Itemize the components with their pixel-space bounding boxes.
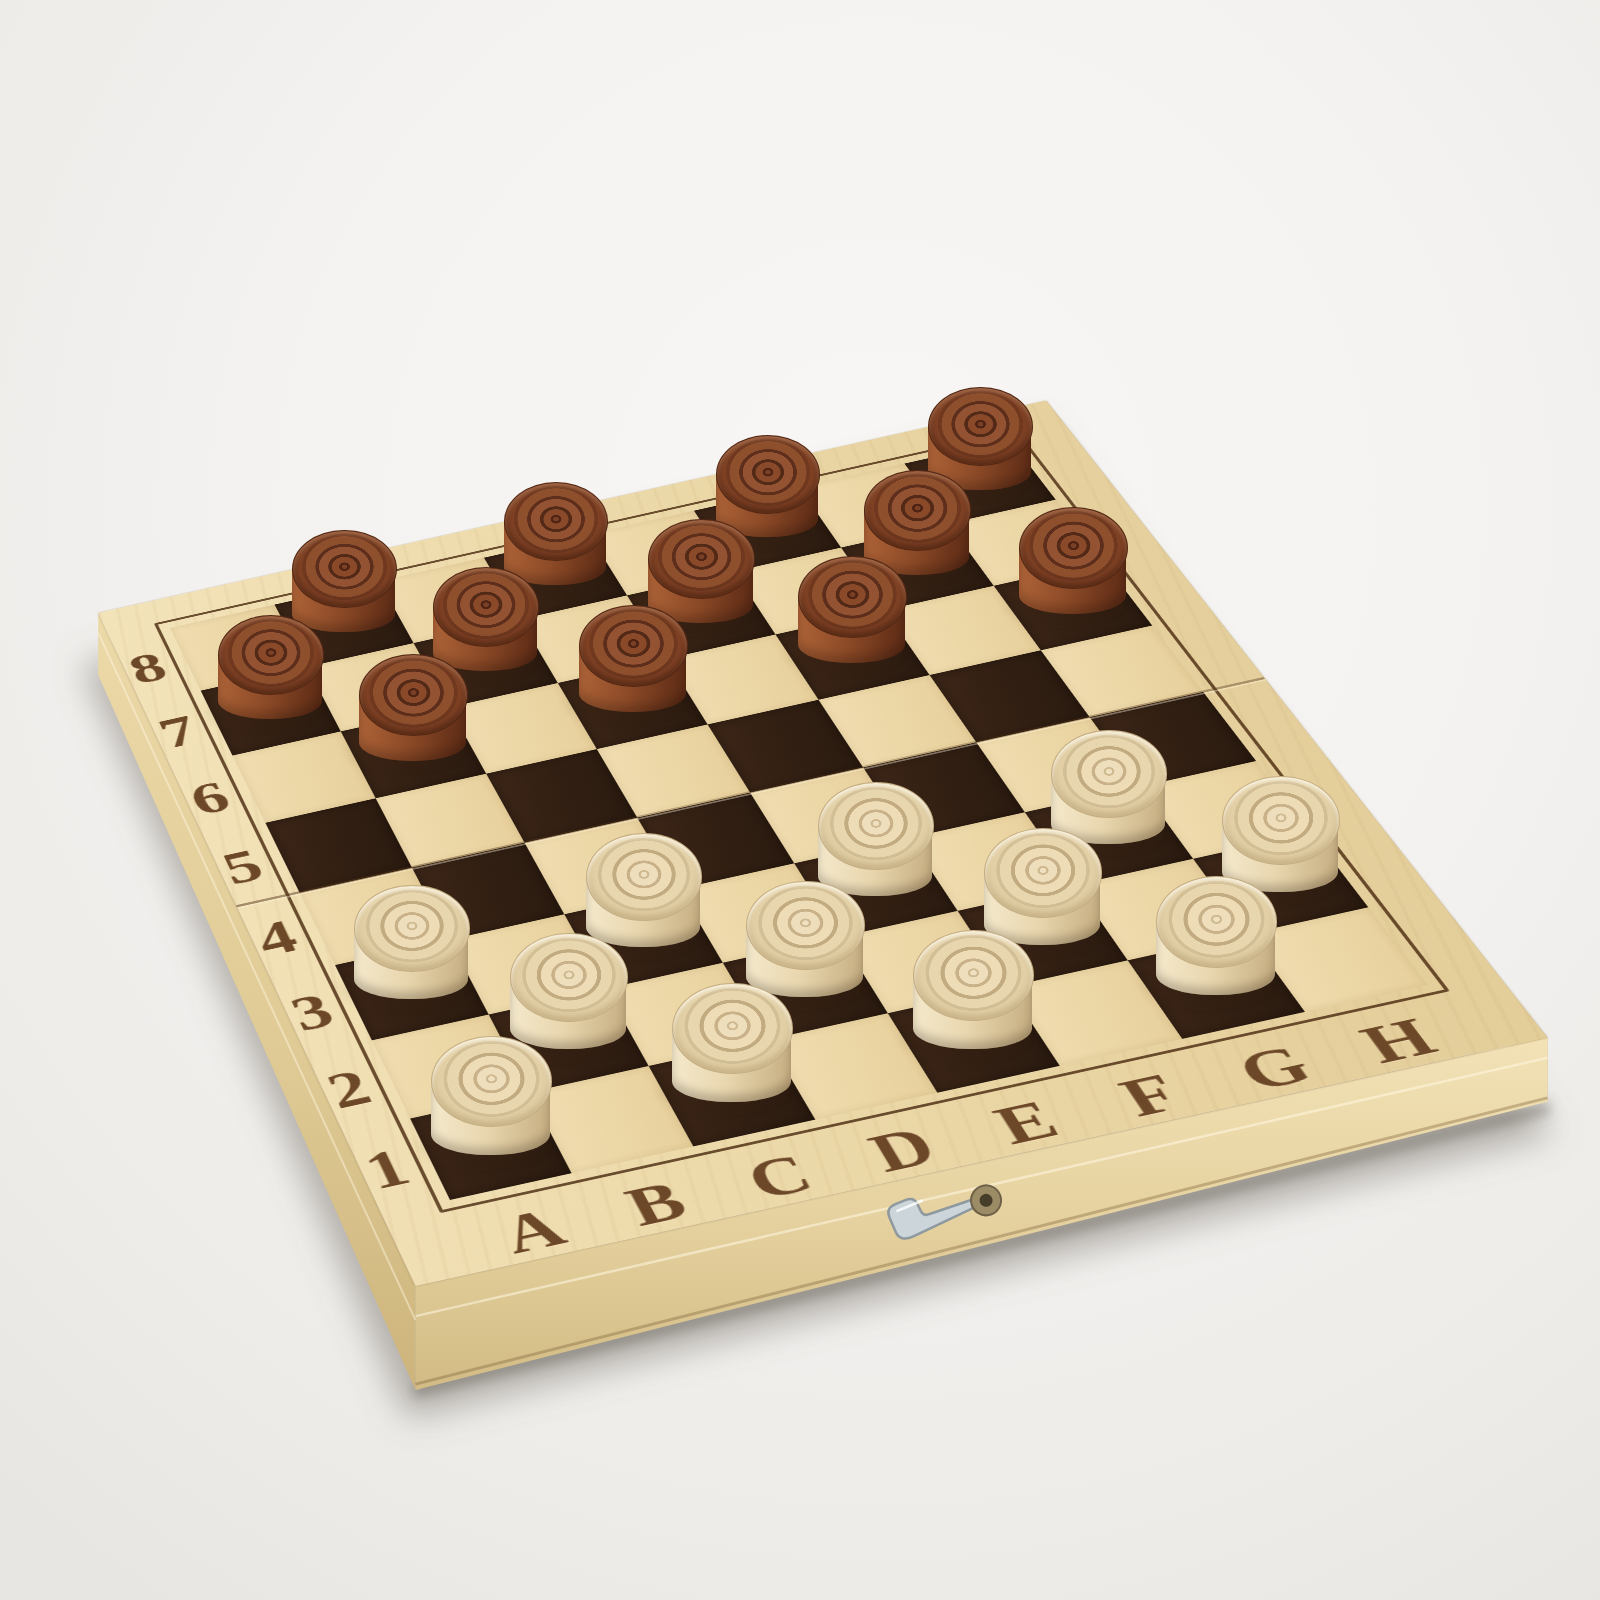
piece-white-e1[interactable] [913, 930, 1032, 1049]
piece-top-rings [1051, 730, 1167, 818]
piece-top-rings [746, 881, 865, 970]
piece-top-rings [359, 654, 468, 736]
piece-top-rings [433, 567, 540, 647]
piece-white-d2[interactable] [746, 881, 863, 998]
piece-top-rings [579, 605, 688, 687]
piece-top-rings [928, 387, 1032, 466]
piece-white-c1[interactable] [672, 983, 791, 1102]
piece-top-rings [672, 983, 793, 1074]
piece-dark-f6[interactable] [798, 556, 905, 663]
piece-top-rings [648, 519, 755, 599]
piece-top-rings [354, 885, 470, 973]
piece-top-rings [431, 1036, 552, 1127]
piece-top-rings [586, 833, 702, 921]
piece-white-c3[interactable] [586, 833, 700, 947]
piece-top-rings [218, 615, 325, 695]
piece-dark-a7[interactable] [218, 615, 323, 720]
photo-scene: 12345678ABCDEFGH [0, 0, 1600, 1600]
piece-top-rings [1156, 876, 1277, 967]
pieces-layer [0, 0, 1600, 1600]
piece-white-g1[interactable] [1156, 876, 1275, 995]
piece-top-rings [504, 482, 608, 561]
piece-top-rings [913, 930, 1034, 1021]
piece-top-rings [716, 435, 820, 514]
piece-white-a1[interactable] [431, 1036, 550, 1155]
piece-dark-d6[interactable] [579, 605, 686, 712]
piece-top-rings [510, 933, 629, 1022]
piece-top-rings [864, 470, 971, 550]
piece-white-b2[interactable] [510, 933, 627, 1050]
piece-top-rings [984, 828, 1103, 917]
piece-top-rings [818, 782, 934, 870]
piece-dark-h6[interactable] [1019, 507, 1126, 614]
piece-white-e3[interactable] [818, 782, 932, 896]
piece-top-rings [1222, 776, 1341, 865]
piece-white-a3[interactable] [354, 885, 468, 999]
piece-top-rings [292, 530, 396, 609]
piece-dark-b6[interactable] [359, 654, 466, 761]
piece-white-h2[interactable] [1222, 776, 1339, 893]
piece-white-f2[interactable] [984, 828, 1101, 945]
piece-top-rings [1019, 507, 1128, 589]
